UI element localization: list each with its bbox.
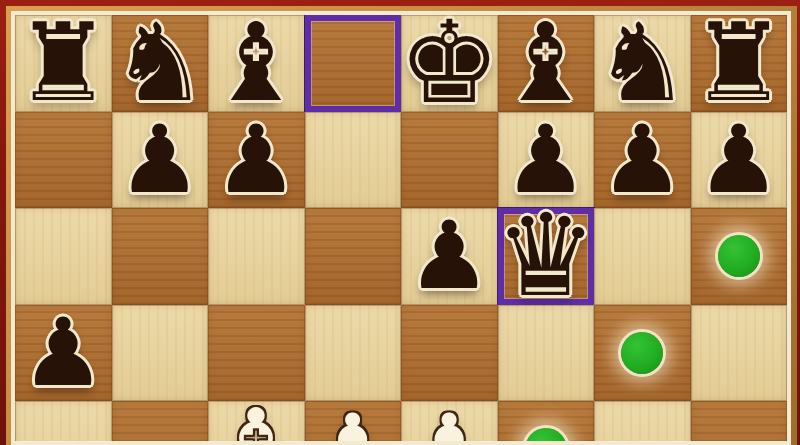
- square-f4[interactable]: [498, 401, 595, 441]
- square-d5[interactable]: [305, 305, 402, 402]
- square-c6[interactable]: [208, 208, 305, 305]
- white-pawn[interactable]: ♟: [401, 401, 498, 441]
- black-pawn[interactable]: ♟: [401, 208, 498, 305]
- square-e8[interactable]: ♚: [401, 15, 498, 112]
- last-move-highlight: [305, 15, 402, 112]
- chess-app-window: { "game": "chess", "view": { "descriptio…: [0, 0, 800, 445]
- black-bishop[interactable]: ♝: [498, 15, 595, 112]
- black-pawn[interactable]: ♟: [594, 112, 691, 209]
- board-frame-gold-bevel: ♜♞♝♚♝♞♜♟♟♟♟♟♟♛♟♝♟♟: [6, 6, 797, 445]
- square-g8[interactable]: ♞: [594, 15, 691, 112]
- white-bishop[interactable]: ♝: [208, 401, 305, 441]
- black-queen[interactable]: ♛: [498, 208, 595, 305]
- black-rook[interactable]: ♜: [691, 15, 788, 112]
- board-frame-inner-line: ♜♞♝♚♝♞♜♟♟♟♟♟♟♛♟♝♟♟: [11, 11, 791, 445]
- square-a5[interactable]: ♟: [15, 305, 112, 402]
- square-h4[interactable]: [691, 401, 788, 441]
- square-f5[interactable]: [498, 305, 595, 402]
- black-pawn[interactable]: ♟: [112, 112, 209, 209]
- square-a7[interactable]: [15, 112, 112, 209]
- board-frame-outer: ♜♞♝♚♝♞♜♟♟♟♟♟♟♛♟♝♟♟: [0, 0, 800, 445]
- legal-move-hint-dot[interactable]: [525, 428, 567, 441]
- black-pawn[interactable]: ♟: [208, 112, 305, 209]
- square-c4[interactable]: ♝: [208, 401, 305, 441]
- square-e6[interactable]: ♟: [401, 208, 498, 305]
- square-a6[interactable]: [15, 208, 112, 305]
- square-h8[interactable]: ♜: [691, 15, 788, 112]
- square-g5[interactable]: [594, 305, 691, 402]
- square-h6[interactable]: [691, 208, 788, 305]
- square-h7[interactable]: ♟: [691, 112, 788, 209]
- square-g6[interactable]: [594, 208, 691, 305]
- square-c8[interactable]: ♝: [208, 15, 305, 112]
- square-c7[interactable]: ♟: [208, 112, 305, 209]
- chess-board: ♜♞♝♚♝♞♜♟♟♟♟♟♟♛♟♝♟♟: [15, 15, 787, 441]
- square-b8[interactable]: ♞: [112, 15, 209, 112]
- square-b7[interactable]: ♟: [112, 112, 209, 209]
- legal-move-hint-dot[interactable]: [718, 235, 760, 277]
- square-f6[interactable]: ♛: [498, 208, 595, 305]
- square-f8[interactable]: ♝: [498, 15, 595, 112]
- square-e5[interactable]: [401, 305, 498, 402]
- square-e4[interactable]: ♟: [401, 401, 498, 441]
- square-b4[interactable]: [112, 401, 209, 441]
- square-b6[interactable]: [112, 208, 209, 305]
- square-g7[interactable]: ♟: [594, 112, 691, 209]
- square-a4[interactable]: [15, 401, 112, 441]
- black-bishop[interactable]: ♝: [208, 15, 305, 112]
- square-b5[interactable]: [112, 305, 209, 402]
- square-g4[interactable]: [594, 401, 691, 441]
- legal-move-hint-dot[interactable]: [621, 332, 663, 374]
- black-pawn[interactable]: ♟: [15, 305, 112, 402]
- black-rook[interactable]: ♜: [15, 15, 112, 112]
- square-d4[interactable]: ♟: [305, 401, 402, 441]
- black-knight[interactable]: ♞: [112, 15, 209, 112]
- black-pawn[interactable]: ♟: [691, 112, 788, 209]
- square-d8[interactable]: [305, 15, 402, 112]
- square-d6[interactable]: [305, 208, 402, 305]
- square-h5[interactable]: [691, 305, 788, 402]
- white-pawn[interactable]: ♟: [305, 401, 402, 441]
- black-knight[interactable]: ♞: [594, 15, 691, 112]
- black-king[interactable]: ♚: [401, 15, 498, 112]
- square-e7[interactable]: [401, 112, 498, 209]
- square-a8[interactable]: ♜: [15, 15, 112, 112]
- square-d7[interactable]: [305, 112, 402, 209]
